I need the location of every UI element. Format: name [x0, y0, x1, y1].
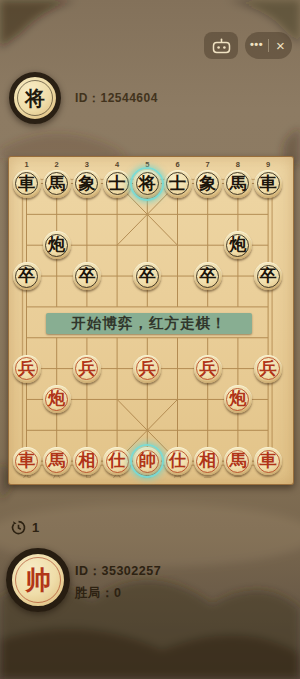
- piece-red-車[interactable]: 車: [13, 447, 41, 475]
- piece-glyph: 炮: [229, 231, 246, 259]
- opponent-avatar-piece: 将: [25, 85, 45, 112]
- piece-black-炮[interactable]: 炮: [224, 231, 252, 259]
- player-avatar-piece: 帅: [25, 563, 51, 598]
- piece-glyph: 馬: [229, 170, 246, 198]
- history-clock-icon: [10, 519, 27, 536]
- piece-glyph: 兵: [139, 355, 156, 383]
- undo-counter: 1: [10, 519, 39, 536]
- piece-red-馬[interactable]: 馬: [43, 447, 71, 475]
- board-column-label-top: 4: [111, 160, 123, 169]
- close-label: ×: [276, 38, 285, 53]
- more-button[interactable]: •••: [245, 32, 268, 59]
- piece-glyph: 馬: [48, 447, 65, 475]
- piece-black-卒[interactable]: 卒: [73, 262, 101, 290]
- piece-red-兵[interactable]: 兵: [73, 355, 101, 383]
- piece-glyph: 将: [139, 170, 156, 198]
- turn-banner-text: 开始博弈，红方走棋！: [72, 314, 227, 333]
- piece-red-兵[interactable]: 兵: [133, 355, 161, 383]
- opponent-id: ID：12544604: [75, 90, 158, 107]
- piece-red-炮[interactable]: 炮: [43, 385, 71, 413]
- piece-glyph: 士: [109, 170, 126, 198]
- piece-black-士[interactable]: 士: [103, 170, 131, 198]
- piece-black-卒[interactable]: 卒: [254, 262, 282, 290]
- robot-icon: [212, 38, 231, 54]
- board-column-label-top: 3: [81, 160, 93, 169]
- piece-black-馬[interactable]: 馬: [43, 170, 71, 198]
- piece-glyph: 卒: [139, 262, 156, 290]
- player-avatar[interactable]: 帅: [6, 548, 70, 612]
- piece-glyph: 炮: [48, 231, 65, 259]
- piece-black-士[interactable]: 士: [164, 170, 192, 198]
- piece-red-兵[interactable]: 兵: [13, 355, 41, 383]
- piece-glyph: 仕: [169, 447, 186, 475]
- piece-glyph: 車: [18, 170, 35, 198]
- piece-red-相[interactable]: 相: [194, 447, 222, 475]
- board-column-label-top: 6: [172, 160, 184, 169]
- xiangqi-board[interactable]: 开始博弈，红方走棋！ 123456789九八七六五四三二一車馬象士将士象馬車炮炮…: [8, 156, 294, 485]
- piece-glyph: 卒: [78, 262, 95, 290]
- piece-glyph: 象: [78, 170, 95, 198]
- piece-glyph: 仕: [109, 447, 126, 475]
- piece-glyph: 士: [169, 170, 186, 198]
- close-button[interactable]: ×: [269, 32, 292, 59]
- piece-red-相[interactable]: 相: [73, 447, 101, 475]
- piece-glyph: 兵: [18, 355, 35, 383]
- piece-glyph: 炮: [48, 385, 65, 413]
- piece-glyph: 相: [78, 447, 95, 475]
- player-id: ID：35302257: [75, 563, 161, 580]
- piece-glyph: 馬: [229, 447, 246, 475]
- piece-glyph: 車: [18, 447, 35, 475]
- piece-black-車[interactable]: 車: [254, 170, 282, 198]
- piece-black-象[interactable]: 象: [73, 170, 101, 198]
- piece-glyph: 兵: [78, 355, 95, 383]
- piece-glyph: 馬: [48, 170, 65, 198]
- piece-red-兵[interactable]: 兵: [194, 355, 222, 383]
- board-column-label-top: 1: [21, 160, 33, 169]
- player-wins: 胜局：0: [75, 585, 121, 602]
- piece-glyph: 兵: [199, 355, 216, 383]
- piece-black-車[interactable]: 車: [13, 170, 41, 198]
- piece-glyph: 象: [199, 170, 216, 198]
- piece-red-仕[interactable]: 仕: [164, 447, 192, 475]
- top-bar: ••• ×: [0, 32, 300, 60]
- piece-black-卒[interactable]: 卒: [13, 262, 41, 290]
- piece-glyph: 卒: [18, 262, 35, 290]
- piece-black-馬[interactable]: 馬: [224, 170, 252, 198]
- opponent-avatar[interactable]: 将: [9, 72, 61, 124]
- piece-glyph: 車: [260, 447, 277, 475]
- piece-black-象[interactable]: 象: [194, 170, 222, 198]
- game-screen: ••• × 将 ID：12544604 开始博弈，红方走棋！ 123456789…: [0, 0, 300, 679]
- piece-glyph: 炮: [229, 385, 246, 413]
- board-column-label-top: 5: [141, 160, 153, 169]
- piece-glyph: 兵: [260, 355, 277, 383]
- board-column-label-top: 2: [51, 160, 63, 169]
- piece-black-卒[interactable]: 卒: [194, 262, 222, 290]
- board-column-label-top: 8: [232, 160, 244, 169]
- piece-black-将[interactable]: 将: [133, 170, 161, 198]
- piece-red-兵[interactable]: 兵: [254, 355, 282, 383]
- piece-red-馬[interactable]: 馬: [224, 447, 252, 475]
- board-column-label-top: 7: [202, 160, 214, 169]
- piece-glyph: 卒: [199, 262, 216, 290]
- piece-glyph: 車: [260, 170, 277, 198]
- piece-black-炮[interactable]: 炮: [43, 231, 71, 259]
- board-column-label-top: 9: [262, 160, 274, 169]
- undo-count: 1: [32, 520, 39, 535]
- piece-glyph: 相: [199, 447, 216, 475]
- more-label: •••: [250, 38, 263, 50]
- window-controls: ••• ×: [245, 32, 292, 59]
- turn-banner: 开始博弈，红方走棋！: [46, 313, 252, 334]
- piece-glyph: 卒: [260, 262, 277, 290]
- robot-assist-button[interactable]: [204, 32, 238, 59]
- piece-glyph: 帥: [139, 447, 156, 475]
